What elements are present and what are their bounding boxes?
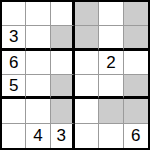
cell-r4c3[interactable]: [51, 75, 75, 99]
cell-r5c6[interactable]: [124, 99, 148, 123]
cell-r5c1[interactable]: [2, 99, 26, 123]
cell-r4c2[interactable]: [26, 75, 50, 99]
cell-r4c4[interactable]: [75, 75, 99, 99]
sudoku-board: 3625436: [0, 0, 150, 150]
cell-r4c1: 5: [2, 75, 26, 99]
cell-r1c3[interactable]: [51, 2, 75, 26]
cell-r6c3: 3: [51, 124, 75, 148]
given-digit: 6: [131, 127, 140, 144]
cell-r3c3[interactable]: [51, 51, 75, 75]
cell-r2c5[interactable]: [99, 26, 123, 50]
cell-r1c5[interactable]: [99, 2, 123, 26]
given-digit: 4: [33, 127, 42, 144]
cell-r1c1[interactable]: [2, 2, 26, 26]
given-digit: 3: [9, 28, 18, 45]
cell-r2c6[interactable]: [124, 26, 148, 50]
cell-r3c5: 2: [99, 51, 123, 75]
cell-r6c2: 4: [26, 124, 50, 148]
cell-r1c4[interactable]: [75, 2, 99, 26]
cell-r5c4[interactable]: [75, 99, 99, 123]
cell-r6c4[interactable]: [75, 124, 99, 148]
cell-r6c1[interactable]: [2, 124, 26, 148]
cell-r5c5[interactable]: [99, 99, 123, 123]
cell-r1c6[interactable]: [124, 2, 148, 26]
cell-r2c1: 3: [2, 26, 26, 50]
cell-r6c5[interactable]: [99, 124, 123, 148]
cell-r5c2[interactable]: [26, 99, 50, 123]
cell-r3c4[interactable]: [75, 51, 99, 75]
cell-r3c6[interactable]: [124, 51, 148, 75]
cell-r3c2[interactable]: [26, 51, 50, 75]
cell-r4c5[interactable]: [99, 75, 123, 99]
given-digit: 2: [106, 54, 115, 71]
cell-r6c6: 6: [124, 124, 148, 148]
given-digit: 5: [9, 77, 18, 94]
cell-r4c6[interactable]: [124, 75, 148, 99]
cell-r2c3[interactable]: [51, 26, 75, 50]
cell-r2c4[interactable]: [75, 26, 99, 50]
given-digit: 6: [9, 54, 18, 71]
given-digit: 3: [57, 127, 66, 144]
cell-r3c1: 6: [2, 51, 26, 75]
cell-r5c3[interactable]: [51, 99, 75, 123]
cell-r1c2[interactable]: [26, 2, 50, 26]
cell-r2c2[interactable]: [26, 26, 50, 50]
